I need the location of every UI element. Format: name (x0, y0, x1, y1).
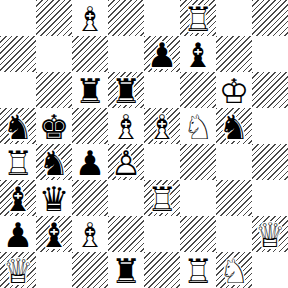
piece-halo: ♛ (252, 216, 288, 252)
square-b4[interactable]: ♞♞ (36, 144, 72, 180)
square-f8[interactable]: ♜♖ (180, 0, 216, 36)
piece-halo: ♜ (0, 144, 36, 180)
piece-halo: ♚ (36, 108, 72, 144)
piece-halo: ♞ (216, 108, 252, 144)
square-e6[interactable] (144, 72, 180, 108)
square-d1[interactable]: ♜♜ (108, 252, 144, 288)
piece-halo: ♜ (108, 72, 144, 108)
white-queen-piece: ♕ (252, 216, 288, 252)
piece-halo: ♜ (108, 252, 144, 288)
piece-halo: ♜ (180, 252, 216, 288)
piece-halo: ♟ (108, 144, 144, 180)
black-pawn-piece: ♟ (0, 216, 36, 252)
piece-halo: ♛ (0, 252, 36, 288)
chess-board: ♝♗♜♖♟♟♝♝♜♜♜♜♚♔♞♞♚♚♝♗♝♗♞♘♞♞♜♖♞♞♟♟♟♙♝♝♛♛♜♖… (0, 0, 288, 288)
square-e2[interactable] (144, 216, 180, 252)
square-c5[interactable] (72, 108, 108, 144)
square-h8[interactable] (252, 0, 288, 36)
square-g1[interactable]: ♞♘ (216, 252, 252, 288)
square-h3[interactable] (252, 180, 288, 216)
white-bishop-piece: ♗ (72, 216, 108, 252)
square-f4[interactable] (180, 144, 216, 180)
square-e4[interactable] (144, 144, 180, 180)
white-bishop-piece: ♗ (108, 108, 144, 144)
square-f1[interactable]: ♜♖ (180, 252, 216, 288)
square-b3[interactable]: ♛♛ (36, 180, 72, 216)
square-h1[interactable] (252, 252, 288, 288)
white-rook-piece: ♖ (180, 252, 216, 288)
square-b7[interactable] (36, 36, 72, 72)
square-g7[interactable] (216, 36, 252, 72)
square-f7[interactable]: ♝♝ (180, 36, 216, 72)
piece-halo: ♜ (72, 72, 108, 108)
square-f3[interactable] (180, 180, 216, 216)
white-knight-piece: ♘ (180, 108, 216, 144)
piece-halo: ♞ (36, 144, 72, 180)
square-d2[interactable] (108, 216, 144, 252)
square-c1[interactable] (72, 252, 108, 288)
square-e8[interactable] (144, 0, 180, 36)
piece-halo: ♟ (72, 144, 108, 180)
black-knight-piece: ♞ (216, 108, 252, 144)
square-a2[interactable]: ♟♟ (0, 216, 36, 252)
square-d3[interactable] (108, 180, 144, 216)
piece-halo: ♝ (72, 216, 108, 252)
black-bishop-piece: ♝ (0, 180, 36, 216)
white-knight-piece: ♘ (216, 252, 252, 288)
square-c3[interactable] (72, 180, 108, 216)
piece-halo: ♝ (72, 0, 108, 36)
square-h6[interactable] (252, 72, 288, 108)
square-f2[interactable] (180, 216, 216, 252)
square-h2[interactable]: ♛♕ (252, 216, 288, 252)
square-g6[interactable]: ♚♔ (216, 72, 252, 108)
square-h5[interactable] (252, 108, 288, 144)
square-b2[interactable]: ♝♝ (36, 216, 72, 252)
square-g4[interactable] (216, 144, 252, 180)
square-a3[interactable]: ♝♝ (0, 180, 36, 216)
square-g8[interactable] (216, 0, 252, 36)
square-e3[interactable]: ♜♖ (144, 180, 180, 216)
black-rook-piece: ♜ (108, 72, 144, 108)
square-f5[interactable]: ♞♘ (180, 108, 216, 144)
black-rook-piece: ♜ (108, 252, 144, 288)
square-g2[interactable] (216, 216, 252, 252)
black-knight-piece: ♞ (36, 144, 72, 180)
square-h7[interactable] (252, 36, 288, 72)
square-b5[interactable]: ♚♚ (36, 108, 72, 144)
square-c8[interactable]: ♝♗ (72, 0, 108, 36)
black-pawn-piece: ♟ (72, 144, 108, 180)
white-queen-piece: ♕ (0, 252, 36, 288)
square-e5[interactable]: ♝♗ (144, 108, 180, 144)
square-b1[interactable] (36, 252, 72, 288)
square-d5[interactable]: ♝♗ (108, 108, 144, 144)
piece-halo: ♞ (180, 108, 216, 144)
white-rook-piece: ♖ (0, 144, 36, 180)
piece-halo: ♝ (36, 216, 72, 252)
square-a7[interactable] (0, 36, 36, 72)
black-queen-piece: ♛ (36, 180, 72, 216)
white-rook-piece: ♖ (180, 0, 216, 36)
square-a6[interactable] (0, 72, 36, 108)
square-b6[interactable] (36, 72, 72, 108)
piece-halo: ♝ (0, 180, 36, 216)
square-a8[interactable] (0, 0, 36, 36)
square-d7[interactable] (108, 36, 144, 72)
square-g5[interactable]: ♞♞ (216, 108, 252, 144)
square-a4[interactable]: ♜♖ (0, 144, 36, 180)
piece-halo: ♛ (36, 180, 72, 216)
square-h4[interactable] (252, 144, 288, 180)
black-knight-piece: ♞ (0, 108, 36, 144)
black-bishop-piece: ♝ (36, 216, 72, 252)
square-d8[interactable] (108, 0, 144, 36)
square-e1[interactable] (144, 252, 180, 288)
black-pawn-piece: ♟ (144, 36, 180, 72)
white-king-piece: ♔ (216, 72, 252, 108)
white-rook-piece: ♖ (144, 180, 180, 216)
square-d6[interactable]: ♜♜ (108, 72, 144, 108)
square-g3[interactable] (216, 180, 252, 216)
square-c6[interactable]: ♜♜ (72, 72, 108, 108)
square-c2[interactable]: ♝♗ (72, 216, 108, 252)
piece-halo: ♚ (216, 72, 252, 108)
square-a1[interactable]: ♛♕ (0, 252, 36, 288)
piece-halo: ♞ (0, 108, 36, 144)
square-d4[interactable]: ♟♙ (108, 144, 144, 180)
piece-halo: ♝ (180, 36, 216, 72)
piece-halo: ♝ (108, 108, 144, 144)
piece-halo: ♜ (144, 180, 180, 216)
piece-halo: ♜ (180, 0, 216, 36)
black-rook-piece: ♜ (72, 72, 108, 108)
square-f6[interactable] (180, 72, 216, 108)
square-b8[interactable] (36, 0, 72, 36)
square-c7[interactable] (72, 36, 108, 72)
white-bishop-piece: ♗ (144, 108, 180, 144)
black-bishop-piece: ♝ (180, 36, 216, 72)
black-king-piece: ♚ (36, 108, 72, 144)
piece-halo: ♝ (144, 108, 180, 144)
piece-halo: ♟ (144, 36, 180, 72)
piece-halo: ♞ (216, 252, 252, 288)
square-a5[interactable]: ♞♞ (0, 108, 36, 144)
white-bishop-piece: ♗ (72, 0, 108, 36)
square-c4[interactable]: ♟♟ (72, 144, 108, 180)
piece-halo: ♟ (0, 216, 36, 252)
white-pawn-piece: ♙ (108, 144, 144, 180)
square-e7[interactable]: ♟♟ (144, 36, 180, 72)
